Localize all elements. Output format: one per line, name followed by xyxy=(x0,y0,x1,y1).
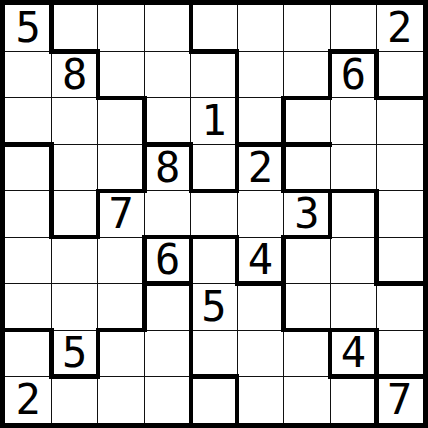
given-digit: 6 xyxy=(155,239,180,281)
cell-r5c4[interactable] xyxy=(144,191,190,237)
given-digit: 4 xyxy=(341,332,366,374)
cell-r8c8: 4 xyxy=(330,330,376,376)
cell-r4c5[interactable] xyxy=(191,144,237,190)
cell-r6c7[interactable] xyxy=(284,237,330,283)
cell-r1c2[interactable] xyxy=(51,5,97,51)
cell-r5c1[interactable] xyxy=(5,191,51,237)
cell-r9c6[interactable] xyxy=(237,377,283,423)
cell-r9c4[interactable] xyxy=(144,377,190,423)
cell-r8c3[interactable] xyxy=(98,330,144,376)
cell-r1c6[interactable] xyxy=(237,5,283,51)
cell-r7c4[interactable] xyxy=(144,284,190,330)
cell-r5c9[interactable] xyxy=(377,191,423,237)
cell-r3c1[interactable] xyxy=(5,98,51,144)
given-digit: 5 xyxy=(62,332,87,374)
cell-r2c1[interactable] xyxy=(5,51,51,97)
cell-r2c8: 6 xyxy=(330,51,376,97)
cell-r7c8[interactable] xyxy=(330,284,376,330)
cell-r6c8[interactable] xyxy=(330,237,376,283)
cell-r3c3[interactable] xyxy=(98,98,144,144)
given-digit: 2 xyxy=(387,7,412,49)
cell-r4c1[interactable] xyxy=(5,144,51,190)
given-digit: 2 xyxy=(16,379,41,421)
cell-r9c3[interactable] xyxy=(98,377,144,423)
given-digit: 2 xyxy=(248,147,273,189)
cell-r2c4[interactable] xyxy=(144,51,190,97)
cell-r6c6: 4 xyxy=(237,237,283,283)
cell-r9c5[interactable] xyxy=(191,377,237,423)
cell-r1c5[interactable] xyxy=(191,5,237,51)
cell-r2c9[interactable] xyxy=(377,51,423,97)
cell-r5c8[interactable] xyxy=(330,191,376,237)
given-digit: 8 xyxy=(155,147,180,189)
cell-r2c6[interactable] xyxy=(237,51,283,97)
cell-r9c2[interactable] xyxy=(51,377,97,423)
given-digit: 4 xyxy=(248,239,273,281)
cell-r6c2[interactable] xyxy=(51,237,97,283)
cell-r6c1[interactable] xyxy=(5,237,51,283)
given-digit: 3 xyxy=(294,193,319,235)
cell-r9c7[interactable] xyxy=(284,377,330,423)
cell-r6c5[interactable] xyxy=(191,237,237,283)
cell-r5c7: 3 xyxy=(284,191,330,237)
given-digit: 8 xyxy=(62,54,87,96)
cell-r5c3: 7 xyxy=(98,191,144,237)
cell-r2c2: 8 xyxy=(51,51,97,97)
cell-r4c2[interactable] xyxy=(51,144,97,190)
cell-r3c5: 1 xyxy=(191,98,237,144)
cell-r7c1[interactable] xyxy=(5,284,51,330)
cell-r1c7[interactable] xyxy=(284,5,330,51)
cell-r7c2[interactable] xyxy=(51,284,97,330)
cell-r1c9: 2 xyxy=(377,5,423,51)
given-digit: 7 xyxy=(387,379,412,421)
cell-r5c2[interactable] xyxy=(51,191,97,237)
cell-r4c8[interactable] xyxy=(330,144,376,190)
cell-r7c5: 5 xyxy=(191,284,237,330)
cell-r3c4[interactable] xyxy=(144,98,190,144)
cell-r8c6[interactable] xyxy=(237,330,283,376)
cell-r4c6: 2 xyxy=(237,144,283,190)
given-digit: 7 xyxy=(108,193,133,235)
cell-r9c8[interactable] xyxy=(330,377,376,423)
given-digit: 1 xyxy=(201,100,226,142)
cell-r9c1: 2 xyxy=(5,377,51,423)
cell-r4c7[interactable] xyxy=(284,144,330,190)
cell-r3c8[interactable] xyxy=(330,98,376,144)
cell-r5c5[interactable] xyxy=(191,191,237,237)
cell-r1c4[interactable] xyxy=(144,5,190,51)
cell-r2c3[interactable] xyxy=(98,51,144,97)
cell-r7c6[interactable] xyxy=(237,284,283,330)
cell-r2c5[interactable] xyxy=(191,51,237,97)
cell-r8c7[interactable] xyxy=(284,330,330,376)
cell-r4c3[interactable] xyxy=(98,144,144,190)
puzzle-board: 5286182736455427 xyxy=(0,0,428,428)
cell-r1c3[interactable] xyxy=(98,5,144,51)
cell-r9c9: 7 xyxy=(377,377,423,423)
cell-r3c2[interactable] xyxy=(51,98,97,144)
cell-r3c7[interactable] xyxy=(284,98,330,144)
cell-r6c9[interactable] xyxy=(377,237,423,283)
cell-r2c7[interactable] xyxy=(284,51,330,97)
cell-r8c9[interactable] xyxy=(377,330,423,376)
cell-r4c4: 8 xyxy=(144,144,190,190)
given-digit: 5 xyxy=(201,286,226,328)
given-digit: 5 xyxy=(16,7,41,49)
cell-r8c1[interactable] xyxy=(5,330,51,376)
cell-r8c5[interactable] xyxy=(191,330,237,376)
cell-r8c4[interactable] xyxy=(144,330,190,376)
given-digit: 6 xyxy=(341,54,366,96)
cell-r7c9[interactable] xyxy=(377,284,423,330)
cell-r5c6[interactable] xyxy=(237,191,283,237)
cell-r3c9[interactable] xyxy=(377,98,423,144)
cell-r7c7[interactable] xyxy=(284,284,330,330)
cell-r1c8[interactable] xyxy=(330,5,376,51)
cell-r1c1: 5 xyxy=(5,5,51,51)
cell-r6c3[interactable] xyxy=(98,237,144,283)
cell-r7c3[interactable] xyxy=(98,284,144,330)
cell-r3c6[interactable] xyxy=(237,98,283,144)
cell-r4c9[interactable] xyxy=(377,144,423,190)
cell-r6c4: 6 xyxy=(144,237,190,283)
cell-r8c2: 5 xyxy=(51,330,97,376)
